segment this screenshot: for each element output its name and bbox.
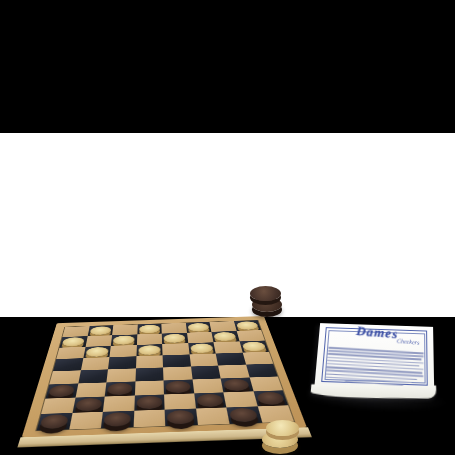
checker-piece-light xyxy=(190,343,213,353)
board-square xyxy=(191,366,221,380)
board-square xyxy=(106,368,135,382)
checker-piece-dark xyxy=(167,410,194,424)
checker-piece-dark xyxy=(48,385,75,397)
board-square xyxy=(242,352,273,365)
board-square xyxy=(78,369,108,383)
leaflet-body-text xyxy=(325,347,424,389)
dark-pieces-stack xyxy=(250,286,284,322)
board-square xyxy=(221,377,253,392)
board-square xyxy=(226,406,261,423)
instruction-leaflet: Dames Checkers xyxy=(314,323,434,391)
board-square xyxy=(249,376,283,391)
board-square xyxy=(239,341,269,353)
checker-piece-light xyxy=(188,323,209,332)
board-square xyxy=(162,343,189,355)
checker-piece-dark xyxy=(75,398,102,411)
checker-piece-dark xyxy=(166,381,191,393)
checker-piece-dark xyxy=(229,408,258,422)
checker-piece-light xyxy=(266,420,299,436)
board-square xyxy=(133,410,165,428)
board-square xyxy=(75,382,106,397)
light-pieces-stack xyxy=(262,419,302,453)
board-square xyxy=(213,341,242,353)
board-square xyxy=(135,367,164,381)
checker-piece-light xyxy=(85,347,108,357)
board-square xyxy=(216,353,246,366)
board-square xyxy=(135,355,163,368)
board-square xyxy=(134,380,164,395)
board-square xyxy=(163,354,191,367)
board-square xyxy=(45,383,77,398)
board-square xyxy=(53,358,83,371)
board-square xyxy=(108,356,136,369)
board-square xyxy=(218,365,249,379)
checker-piece-light xyxy=(138,345,160,355)
board-square xyxy=(69,412,103,430)
checker-piece-dark xyxy=(104,412,131,426)
board-square xyxy=(188,342,216,354)
board-square xyxy=(101,411,134,429)
checker-piece-light xyxy=(214,332,237,341)
board-square xyxy=(189,354,218,367)
board-square xyxy=(136,344,163,356)
checker-piece-dark xyxy=(250,286,281,301)
checker-piece-light xyxy=(139,325,159,334)
board-square xyxy=(103,396,134,412)
board-square xyxy=(164,393,195,409)
checker-piece-light xyxy=(236,321,259,330)
board-square xyxy=(41,398,75,414)
board-square xyxy=(105,381,135,396)
board-square xyxy=(253,390,288,406)
board-square xyxy=(163,367,192,381)
board-square xyxy=(195,407,229,424)
checker-piece-light xyxy=(164,334,185,343)
checker-piece-light xyxy=(242,342,266,352)
board-square xyxy=(246,364,278,378)
board-square xyxy=(49,370,80,384)
checker-piece-dark xyxy=(40,414,69,428)
checker-piece-light xyxy=(90,326,111,335)
checker-piece-dark xyxy=(137,396,162,409)
checker-piece-light xyxy=(62,337,85,346)
board-square xyxy=(165,409,198,427)
board-square xyxy=(37,413,72,431)
board-square xyxy=(194,392,227,408)
checker-piece-dark xyxy=(223,379,250,391)
board-square xyxy=(109,345,136,357)
board-square xyxy=(223,391,257,407)
board-square xyxy=(80,357,109,370)
board-square xyxy=(192,378,223,393)
checker-piece-dark xyxy=(108,383,133,395)
checker-piece-dark xyxy=(197,394,224,407)
board-square xyxy=(164,379,194,394)
board-square xyxy=(134,394,165,410)
board-square xyxy=(72,397,105,413)
checker-piece-light xyxy=(113,335,134,344)
board-grid xyxy=(35,320,295,431)
product-photo-scene: Dames Checkers xyxy=(0,0,455,455)
checker-piece-dark xyxy=(256,392,285,405)
photo-background: Dames Checkers xyxy=(0,133,455,317)
